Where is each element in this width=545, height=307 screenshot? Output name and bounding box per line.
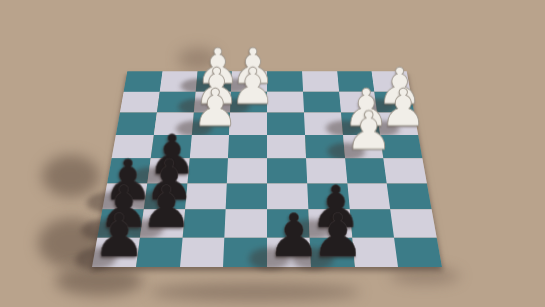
square-e5[interactable] xyxy=(267,135,306,158)
square-e4[interactable] xyxy=(267,158,307,183)
square-c6[interactable]: ♟ xyxy=(191,112,230,134)
square-d5[interactable] xyxy=(228,135,267,158)
black-pawn[interactable]: ♟ xyxy=(267,205,311,265)
board-grid: ♟♟♟♟♟♟♟♟♟♟♟♟♟♟♟♟♟♟ xyxy=(92,71,442,267)
square-e6[interactable] xyxy=(267,112,305,134)
square-c1[interactable] xyxy=(180,237,225,267)
square-h4[interactable] xyxy=(384,158,427,183)
square-f8[interactable] xyxy=(302,71,339,91)
square-f7[interactable] xyxy=(303,91,341,112)
ground-shadow xyxy=(42,155,100,197)
chess-scene: ♟♟♟♟♟♟♟♟♟♟♟♟♟♟♟♟♟♟ xyxy=(0,0,545,307)
square-h2[interactable] xyxy=(390,209,436,237)
square-f1[interactable]: ♟ xyxy=(309,237,354,267)
black-pawn[interactable]: ♟ xyxy=(140,177,182,235)
square-h1[interactable] xyxy=(394,237,442,267)
ground-shadow xyxy=(390,268,460,284)
square-e1[interactable]: ♟ xyxy=(267,237,311,267)
chess-board: ♟♟♟♟♟♟♟♟♟♟♟♟♟♟♟♟♟♟ xyxy=(92,71,442,267)
ground-shadow xyxy=(55,266,143,296)
ground-shadow xyxy=(150,283,360,301)
square-d3[interactable] xyxy=(226,183,267,209)
white-pawn[interactable]: ♟ xyxy=(345,104,384,157)
black-pawn[interactable]: ♟ xyxy=(311,205,355,265)
square-h3[interactable] xyxy=(387,183,432,209)
square-a8[interactable] xyxy=(124,71,163,91)
black-pawn[interactable]: ♟ xyxy=(92,205,136,265)
square-a7[interactable] xyxy=(120,91,160,112)
square-b2[interactable]: ♟ xyxy=(140,209,185,237)
square-d2[interactable] xyxy=(225,209,267,237)
square-d4[interactable] xyxy=(227,158,267,183)
white-pawn[interactable]: ♟ xyxy=(192,82,230,134)
square-a1[interactable]: ♟ xyxy=(92,237,140,267)
square-g5[interactable]: ♟ xyxy=(343,135,384,158)
